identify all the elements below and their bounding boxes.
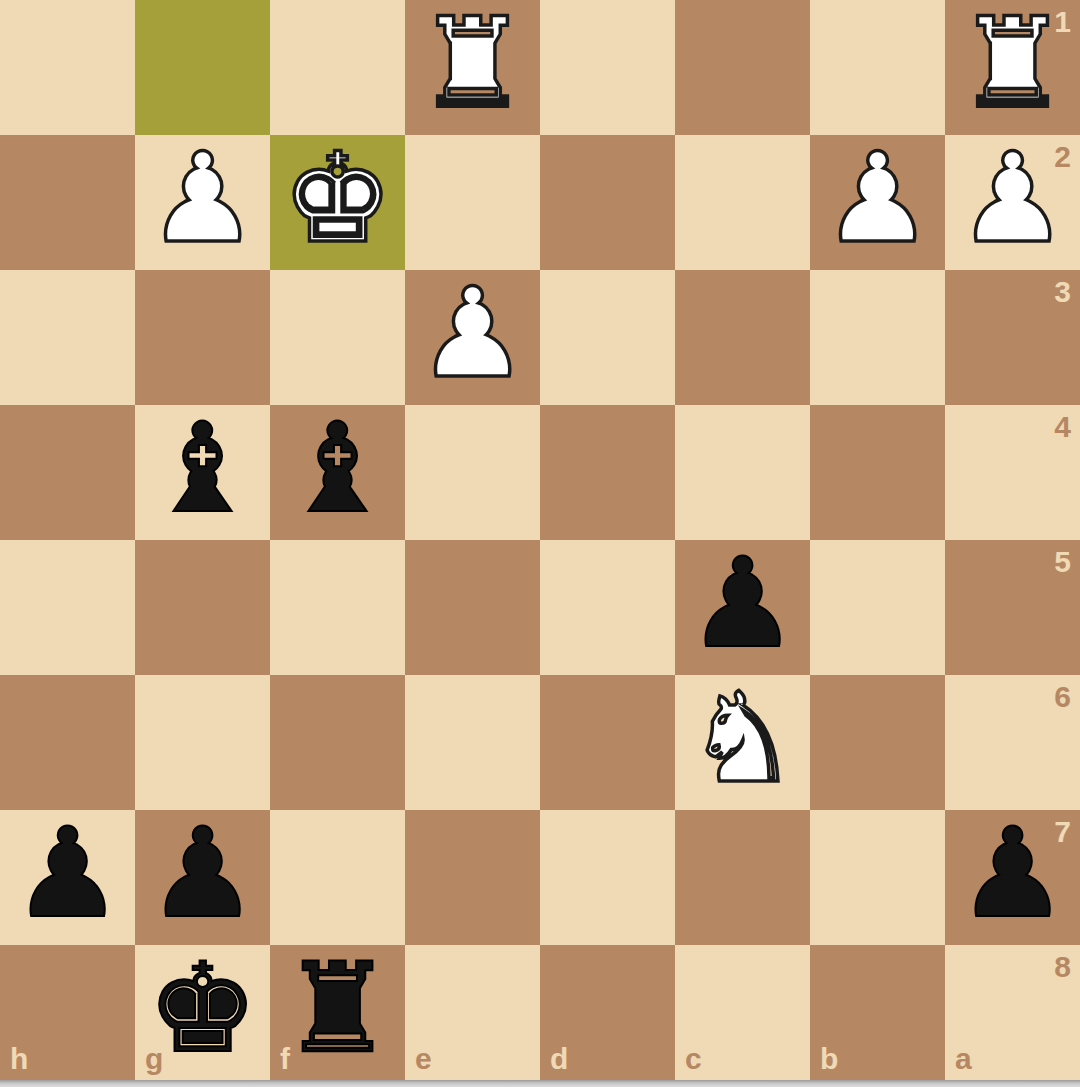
square-f7[interactable]	[270, 810, 405, 945]
square-e5[interactable]	[405, 540, 540, 675]
black-king[interactable]: ♚	[147, 941, 258, 1076]
square-b4[interactable]	[810, 405, 945, 540]
square-d3[interactable]	[540, 270, 675, 405]
square-h4[interactable]	[0, 405, 135, 540]
file-label-h: h	[10, 1044, 28, 1074]
black-bishop[interactable]: ♝	[282, 401, 393, 536]
square-e4[interactable]	[405, 405, 540, 540]
square-e2[interactable]	[405, 135, 540, 270]
white-pawn[interactable]: ♟	[147, 131, 258, 266]
square-b8[interactable]: b	[810, 945, 945, 1080]
file-label-b: b	[820, 1044, 838, 1074]
black-pawn[interactable]: ♟	[957, 806, 1068, 941]
square-g2[interactable]: ♟	[135, 135, 270, 270]
square-e7[interactable]	[405, 810, 540, 945]
square-d8[interactable]: d	[540, 945, 675, 1080]
square-a8[interactable]: 8a	[945, 945, 1080, 1080]
square-e1[interactable]: ♜	[405, 0, 540, 135]
black-rook[interactable]: ♜	[282, 941, 393, 1076]
square-h5[interactable]	[0, 540, 135, 675]
square-f6[interactable]	[270, 675, 405, 810]
rank-label-6: 6	[1054, 682, 1071, 712]
square-c5[interactable]: ♟	[675, 540, 810, 675]
square-e6[interactable]	[405, 675, 540, 810]
square-h3[interactable]	[0, 270, 135, 405]
white-rook[interactable]: ♜	[957, 0, 1068, 131]
chess-board[interactable]: ♜♜1♟♚♟♟2♟3♝♝4♟5♞6♟♟♟7h♚g♜fedcb8a	[0, 0, 1080, 1080]
square-g5[interactable]	[135, 540, 270, 675]
square-a4[interactable]: 4	[945, 405, 1080, 540]
square-a5[interactable]: 5	[945, 540, 1080, 675]
square-a7[interactable]: ♟7	[945, 810, 1080, 945]
square-h1[interactable]	[0, 0, 135, 135]
square-c3[interactable]	[675, 270, 810, 405]
square-d7[interactable]	[540, 810, 675, 945]
square-h7[interactable]: ♟	[0, 810, 135, 945]
square-g1[interactable]	[135, 0, 270, 135]
rank-label-8: 8	[1054, 952, 1071, 982]
black-pawn[interactable]: ♟	[687, 536, 798, 671]
file-label-c: c	[685, 1044, 702, 1074]
square-f8[interactable]: ♜f	[270, 945, 405, 1080]
black-pawn[interactable]: ♟	[147, 806, 258, 941]
board-bottom-edge	[0, 1080, 1080, 1087]
square-a1[interactable]: ♜1	[945, 0, 1080, 135]
square-f4[interactable]: ♝	[270, 405, 405, 540]
square-b3[interactable]	[810, 270, 945, 405]
square-e3[interactable]: ♟	[405, 270, 540, 405]
square-g7[interactable]: ♟	[135, 810, 270, 945]
square-h6[interactable]	[0, 675, 135, 810]
square-g3[interactable]	[135, 270, 270, 405]
square-c1[interactable]	[675, 0, 810, 135]
square-f5[interactable]	[270, 540, 405, 675]
square-f1[interactable]	[270, 0, 405, 135]
square-c6[interactable]: ♞	[675, 675, 810, 810]
square-a2[interactable]: ♟2	[945, 135, 1080, 270]
square-b7[interactable]	[810, 810, 945, 945]
square-d2[interactable]	[540, 135, 675, 270]
square-f2[interactable]: ♚	[270, 135, 405, 270]
black-pawn[interactable]: ♟	[12, 806, 123, 941]
square-d1[interactable]	[540, 0, 675, 135]
square-c8[interactable]: c	[675, 945, 810, 1080]
square-g6[interactable]	[135, 675, 270, 810]
rank-label-5: 5	[1054, 547, 1071, 577]
square-b2[interactable]: ♟	[810, 135, 945, 270]
square-f3[interactable]	[270, 270, 405, 405]
file-label-d: d	[550, 1044, 568, 1074]
square-a6[interactable]: 6	[945, 675, 1080, 810]
white-knight[interactable]: ♞	[687, 671, 798, 806]
file-label-a: a	[955, 1044, 972, 1074]
black-bishop[interactable]: ♝	[147, 401, 258, 536]
rank-label-3: 3	[1054, 277, 1071, 307]
square-b6[interactable]	[810, 675, 945, 810]
square-g8[interactable]: ♚g	[135, 945, 270, 1080]
white-pawn[interactable]: ♟	[822, 131, 933, 266]
square-c4[interactable]	[675, 405, 810, 540]
file-label-e: e	[415, 1044, 432, 1074]
square-h2[interactable]	[0, 135, 135, 270]
square-e8[interactable]: e	[405, 945, 540, 1080]
white-king[interactable]: ♚	[282, 131, 393, 266]
square-b1[interactable]	[810, 0, 945, 135]
square-b5[interactable]	[810, 540, 945, 675]
white-pawn[interactable]: ♟	[957, 131, 1068, 266]
white-rook[interactable]: ♜	[417, 0, 528, 131]
square-d6[interactable]	[540, 675, 675, 810]
square-d4[interactable]	[540, 405, 675, 540]
square-d5[interactable]	[540, 540, 675, 675]
square-a3[interactable]: 3	[945, 270, 1080, 405]
square-c2[interactable]	[675, 135, 810, 270]
white-pawn[interactable]: ♟	[417, 266, 528, 401]
square-h8[interactable]: h	[0, 945, 135, 1080]
square-c7[interactable]	[675, 810, 810, 945]
square-g4[interactable]: ♝	[135, 405, 270, 540]
rank-label-4: 4	[1054, 412, 1071, 442]
